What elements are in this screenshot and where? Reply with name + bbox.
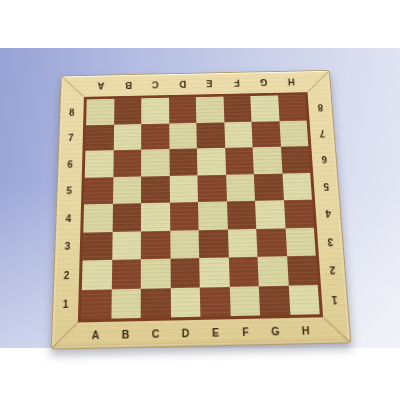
square-h7[interactable] [279,120,308,146]
square-g8[interactable] [250,95,279,121]
file-label-g: G [249,72,277,93]
square-c4[interactable] [141,203,170,231]
file-label-f: F [222,72,250,93]
rank-label-4: 4 [56,204,81,232]
square-e4[interactable] [198,201,227,229]
rank-label-2: 2 [319,255,346,284]
playing-field [78,92,323,322]
file-label-f: F [230,319,261,345]
rank-label-8: 8 [60,99,84,125]
square-g6[interactable] [253,147,282,174]
rank-label-7: 7 [59,125,83,151]
square-h2[interactable] [287,256,318,286]
square-d3[interactable] [170,230,199,259]
file-label-a: A [80,322,111,348]
miter-joint-top-left [61,76,85,97]
miter-joint-bottom-right [323,317,350,343]
square-e1[interactable] [200,286,230,316]
square-d8[interactable] [169,97,197,123]
square-a1[interactable] [81,289,111,319]
square-d1[interactable] [170,287,200,317]
square-a4[interactable] [83,204,112,232]
square-e2[interactable] [199,257,229,287]
square-f5[interactable] [226,174,255,202]
square-b5[interactable] [113,176,142,204]
rank-label-6: 6 [58,151,82,178]
square-h8[interactable] [278,95,307,121]
rank-label-5: 5 [313,172,339,200]
board-frame: ABCDEFGH ABCDEFGH 87654321 87654321 [51,70,352,350]
square-a7[interactable] [85,124,113,151]
square-b2[interactable] [111,259,141,289]
square-f6[interactable] [225,147,254,174]
rank-label-3: 3 [317,227,343,256]
square-g4[interactable] [255,200,285,228]
square-c2[interactable] [141,259,170,289]
square-a5[interactable] [84,177,113,205]
square-g7[interactable] [251,121,280,147]
rank-label-1: 1 [321,284,348,314]
square-c3[interactable] [141,230,170,259]
square-g2[interactable] [257,256,288,286]
square-e5[interactable] [197,174,226,202]
rank-label-6: 6 [311,146,337,173]
square-e8[interactable] [196,97,224,123]
square-d2[interactable] [170,258,200,288]
square-c6[interactable] [141,149,169,176]
file-label-c: C [141,320,171,346]
square-h3[interactable] [285,227,316,256]
square-f1[interactable] [229,286,260,316]
file-label-h: H [290,317,322,343]
square-h4[interactable] [283,200,313,228]
photo-scene: ABCDEFGH ABCDEFGH 87654321 87654321 [0,0,400,400]
square-b3[interactable] [112,231,141,260]
square-d5[interactable] [169,175,198,203]
miter-joint-top-right [306,71,330,92]
square-e7[interactable] [196,122,224,148]
rank-label-7: 7 [309,120,334,146]
file-label-e: E [195,73,223,94]
square-b7[interactable] [113,124,141,151]
square-f3[interactable] [227,228,257,257]
rank-label-8: 8 [308,94,333,120]
square-g1[interactable] [259,285,290,315]
square-d4[interactable] [170,202,199,230]
rank-label-5: 5 [57,177,82,205]
square-b4[interactable] [112,203,141,231]
rank-label-4: 4 [315,199,341,227]
square-h5[interactable] [282,173,312,201]
square-b6[interactable] [113,150,141,177]
file-labels-bottom: ABCDEFGH [80,317,321,348]
square-g5[interactable] [254,173,284,201]
file-label-h: H [276,71,304,92]
chessboard: ABCDEFGH ABCDEFGH 87654321 87654321 [53,57,343,347]
square-h6[interactable] [280,146,310,173]
file-label-c: C [141,74,168,95]
file-label-d: D [171,320,201,346]
file-label-a: A [87,75,115,96]
square-f7[interactable] [224,121,253,147]
square-f2[interactable] [228,257,258,287]
square-e6[interactable] [197,148,226,175]
square-a2[interactable] [82,260,112,290]
square-d6[interactable] [169,148,197,175]
file-label-g: G [260,318,291,344]
square-a3[interactable] [83,232,113,261]
square-f4[interactable] [226,201,256,229]
square-c1[interactable] [141,288,171,318]
square-a6[interactable] [85,150,114,177]
square-b1[interactable] [111,288,141,318]
board-tilt-wrapper: ABCDEFGH ABCDEFGH 87654321 87654321 [51,70,352,350]
square-a8[interactable] [86,99,114,125]
file-label-d: D [168,74,195,95]
square-h1[interactable] [288,285,319,315]
square-c5[interactable] [141,176,169,204]
squares-grid [81,95,320,319]
rank-label-2: 2 [54,261,80,291]
rank-label-3: 3 [55,232,80,261]
square-c7[interactable] [141,123,169,150]
square-c8[interactable] [141,98,169,124]
square-e3[interactable] [199,229,229,258]
square-b8[interactable] [114,98,142,124]
square-d7[interactable] [169,123,197,149]
file-label-b: B [110,321,140,347]
file-label-e: E [200,319,231,345]
miter-joint-bottom-left [52,322,78,348]
file-label-b: B [114,75,141,96]
rank-label-1: 1 [53,290,79,320]
square-f8[interactable] [223,96,251,122]
square-g3[interactable] [256,228,286,257]
